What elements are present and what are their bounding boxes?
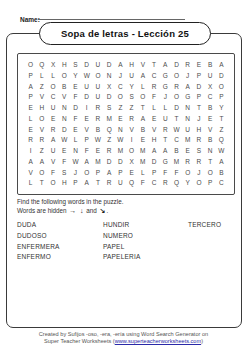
grid-cell: J: [70, 168, 81, 179]
grid-cell: R: [25, 135, 36, 146]
arrow-down-icon: ↓: [79, 207, 85, 214]
grid-cell: H: [148, 135, 159, 146]
grid-cell: U: [81, 82, 92, 93]
grid-cell: S: [193, 146, 204, 157]
grid-cell: D: [104, 60, 115, 71]
grid-cell: V: [148, 125, 159, 136]
grid-cell: U: [47, 146, 58, 157]
grid-cell: R: [36, 135, 47, 146]
grid-cell: A: [81, 157, 92, 168]
grid-cell: Y: [126, 82, 137, 93]
grid-cell: A: [137, 71, 148, 82]
grid-cell: W: [92, 135, 103, 146]
grid-cell: D: [81, 60, 92, 71]
grid-cell: D: [81, 92, 92, 103]
grid-cell: P: [193, 71, 204, 82]
grid-cell: V: [25, 168, 36, 179]
grid-cell: H: [59, 178, 70, 189]
instructions-period: .: [106, 207, 108, 214]
grid-cell: U: [115, 178, 126, 189]
grid-cell: V: [36, 92, 47, 103]
grid-cell: M: [182, 135, 193, 146]
grid-cell: Y: [70, 71, 81, 82]
grid-cell: O: [36, 114, 47, 125]
grid-cell: G: [160, 82, 171, 93]
word-list-item: PAPEL: [103, 242, 188, 253]
instructions: Find the following words in the puzzle. …: [17, 198, 123, 215]
grid-cell: F: [59, 157, 70, 168]
name-label: Name:: [20, 16, 40, 23]
grid-cell: O: [216, 82, 227, 93]
grid-cell: U: [92, 92, 103, 103]
grid-cell: R: [182, 157, 193, 168]
name-fill-line[interactable]: [38, 10, 185, 20]
grid-cell: P: [81, 135, 92, 146]
grid-cell: D: [59, 125, 70, 136]
worksheet-page: Name: Sopa de letras - Lección 25 OQXHSD…: [0, 0, 247, 350]
grid-cell: F: [148, 92, 159, 103]
name-row: Name:: [20, 8, 190, 20]
grid-cell: A: [160, 146, 171, 157]
grid-cell: E: [81, 114, 92, 125]
grid-cell: B: [137, 125, 148, 136]
grid-cell: N: [59, 114, 70, 125]
grid-cell: W: [59, 135, 70, 146]
grid-cell: F: [81, 146, 92, 157]
grid-cell: C: [205, 92, 216, 103]
grid-cell: P: [92, 168, 103, 179]
grid-cell: U: [182, 125, 193, 136]
grid-cell: R: [92, 103, 103, 114]
grid-cell: V: [36, 125, 47, 136]
instructions-and-label: and: [86, 207, 97, 214]
grid-cell: L: [70, 135, 81, 146]
grid-cell: Z: [36, 146, 47, 157]
grid-cell: H: [36, 103, 47, 114]
grid-cell: A: [148, 146, 159, 157]
word-list-item: DUDOSO: [17, 231, 103, 242]
grid-cell: Q: [104, 125, 115, 136]
grid-cell: R: [104, 178, 115, 189]
grid-cell: N: [70, 146, 81, 157]
grid-cell: N: [182, 103, 193, 114]
grid-cell: Y: [182, 178, 193, 189]
grid-cell: A: [25, 82, 36, 93]
grid-cell: A: [182, 82, 193, 93]
grid-cell: O: [25, 60, 36, 71]
word-list-item: PAPELERIA: [103, 252, 188, 263]
grid-cell: R: [182, 60, 193, 71]
grid-cell: C: [216, 178, 227, 189]
grid-cell: Y: [216, 103, 227, 114]
grid-cell: G: [182, 92, 193, 103]
grid-cell: L: [25, 114, 36, 125]
grid-cell: D: [70, 103, 81, 114]
grid-cell: T: [92, 178, 103, 189]
grid-cell: O: [171, 92, 182, 103]
grid-cell: U: [92, 60, 103, 71]
grid-cell: O: [47, 82, 58, 93]
grid-cell: L: [25, 178, 36, 189]
grid-cell: L: [47, 71, 58, 82]
grid-cell: R: [193, 157, 204, 168]
grid-cell: E: [115, 114, 126, 125]
grid-cell: X: [104, 82, 115, 93]
grid-cell: B: [59, 82, 70, 93]
grid-cell: E: [205, 114, 216, 125]
grid-cell: U: [126, 71, 137, 82]
grid-cell: T: [36, 178, 47, 189]
grid-cell: E: [148, 114, 159, 125]
grid-cell: P: [115, 168, 126, 179]
grid-cell: X: [126, 157, 137, 168]
word-list: DUDADUDOSOENFERMERAENFERMO HUNDIRNUMEROP…: [17, 220, 231, 263]
grid-cell: J: [193, 114, 204, 125]
grid-cell: F: [171, 168, 182, 179]
word-list-item: ENFERMO: [17, 252, 103, 263]
grid-cell: E: [47, 114, 58, 125]
grid-cell: B: [216, 168, 227, 179]
footer-credit-line: Created by Sufijos -oso, -era, -ería usi…: [0, 331, 247, 338]
grid-cell: Q: [36, 60, 47, 71]
footer-site-suffix: ): [201, 338, 203, 344]
grid-cell: A: [216, 60, 227, 71]
grid-cell: D: [171, 103, 182, 114]
grid-cell: G: [160, 157, 171, 168]
grid-cell: R: [104, 146, 115, 157]
grid-cell: R: [171, 82, 182, 93]
grid-cell: V: [81, 125, 92, 136]
grid-cell: S: [59, 168, 70, 179]
grid-cell: J: [115, 71, 126, 82]
grid-cell: N: [115, 125, 126, 136]
grid-cell: L: [160, 103, 171, 114]
grid-cell: A: [36, 157, 47, 168]
grid-cell: A: [115, 60, 126, 71]
title-banner: Sopa de letras - Lección 25: [39, 22, 211, 45]
grid-cell: V: [47, 157, 58, 168]
grid-cell: I: [81, 103, 92, 114]
grid-cell: V: [137, 60, 148, 71]
grid-cell: Z: [216, 125, 227, 136]
grid-cell: L: [137, 82, 148, 93]
grid-cell: V: [126, 125, 137, 136]
grid-cell: P: [25, 92, 36, 103]
grid-cell: O: [92, 71, 103, 82]
puzzle-grid-container: OQXHSDUDAHVTADREBAPLLOYWONJUACGOJPUDAZOB…: [17, 53, 235, 195]
footer: Created by Sufijos -oso, -era, -ería usi…: [0, 331, 247, 346]
grid-cell: R: [160, 125, 171, 136]
word-list-column-2: HUNDIRNUMEROPAPELPAPELERIA: [103, 220, 188, 263]
grid-cell: C: [171, 135, 182, 146]
grid-cell: X: [205, 82, 216, 93]
grid-cell: R: [160, 178, 171, 189]
grid-cell: D: [193, 82, 204, 93]
grid-cell: T: [148, 60, 159, 71]
grid-cell: N: [59, 103, 70, 114]
grid-cell: S: [70, 60, 81, 71]
grid-cell: A: [81, 178, 92, 189]
grid-cell: Z: [36, 82, 47, 93]
grid-cell: O: [59, 71, 70, 82]
grid-cell: T: [160, 135, 171, 146]
grid-cell: P: [70, 178, 81, 189]
grid-cell: W: [81, 71, 92, 82]
grid-cell: R: [47, 125, 58, 136]
grid-cell: E: [59, 146, 70, 157]
grid-cell: D: [171, 60, 182, 71]
grid-cell: E: [70, 125, 81, 136]
grid-cell: H: [126, 60, 137, 71]
grid-cell: M: [104, 114, 115, 125]
grid-cell: O: [36, 168, 47, 179]
grid-cell: D: [115, 157, 126, 168]
word-list-item: ENFERMERA: [17, 242, 103, 253]
grid-cell: E: [92, 146, 103, 157]
page-title: Sopa de letras - Lección 25: [61, 28, 189, 39]
grid-cell: W: [70, 157, 81, 168]
word-list-column-3: TERCERO: [188, 220, 231, 263]
grid-cell: Z: [104, 135, 115, 146]
grid-cell: V: [205, 125, 216, 136]
grid-cell: D: [104, 157, 115, 168]
grid-cell: C: [148, 71, 159, 82]
word-list-column-1: DUDADUDOSOENFERMERAENFERMO: [17, 220, 103, 263]
grid-cell: B: [205, 135, 216, 146]
grid-cell: L: [36, 71, 47, 82]
grid-cell: D: [104, 92, 115, 103]
grid-cell: U: [47, 103, 58, 114]
grid-cell: X: [47, 60, 58, 71]
grid-cell: Q: [126, 178, 137, 189]
grid-cell: Z: [115, 103, 126, 114]
grid-cell: E: [70, 82, 81, 93]
grid-cell: M: [92, 157, 103, 168]
grid-cell: T: [216, 114, 227, 125]
grid-cell: L: [148, 103, 159, 114]
grid-cell: B: [205, 103, 216, 114]
grid-cell: M: [137, 157, 148, 168]
grid-cell: Q: [171, 178, 182, 189]
grid-cell: E: [25, 103, 36, 114]
grid-cell: R: [148, 82, 159, 93]
word-list-item: NUMERO: [103, 231, 188, 242]
grid-cell: E: [137, 135, 148, 146]
grid-cell: E: [25, 125, 36, 136]
grid-cell: P: [193, 92, 204, 103]
grid-cell: T: [205, 157, 216, 168]
grid-cell: P: [205, 178, 216, 189]
grid-cell: O: [115, 92, 126, 103]
grid-cell: A: [137, 114, 148, 125]
grid-cell: O: [171, 71, 182, 82]
grid-cell: E: [126, 168, 137, 179]
instructions-line2-prefix: Words are hidden: [17, 207, 67, 214]
grid-cell: A: [104, 168, 115, 179]
grid-cell: U: [92, 82, 103, 93]
grid-cell: F: [137, 178, 148, 189]
grid-cell: S: [104, 103, 115, 114]
grid-cell: J: [182, 71, 193, 82]
grid-cell: B: [205, 60, 216, 71]
grid-cell: A: [216, 157, 227, 168]
grid-cell: W: [216, 146, 227, 157]
grid-cell: O: [182, 168, 193, 179]
grid-cell: A: [25, 157, 36, 168]
grid-cell: B: [92, 125, 103, 136]
grid-cell: Z: [126, 103, 137, 114]
grid-cell: T: [193, 103, 204, 114]
grid-cell: O: [137, 92, 148, 103]
grid-cell: D: [148, 157, 159, 168]
grid-cell: F: [47, 168, 58, 179]
grid-cell: F: [70, 114, 81, 125]
footer-site-line: Super Teacher Worksheets (www.superteach…: [0, 338, 247, 345]
instructions-line2: Words are hidden → ↓ and ↘.: [17, 207, 123, 216]
grid-cell: P: [148, 168, 159, 179]
grid-cell: T: [137, 103, 148, 114]
grid-cell: P: [25, 71, 36, 82]
grid-cell: A: [47, 135, 58, 146]
grid-cell: C: [148, 178, 159, 189]
word-search-grid: OQXHSDUDAHVTADREBAPLLOYWONJUACGOJPUDAZOB…: [18, 54, 234, 194]
grid-cell: Q: [216, 135, 227, 146]
grid-cell: H: [193, 125, 204, 136]
grid-cell: W: [171, 125, 182, 136]
grid-cell: E: [182, 146, 193, 157]
grid-cell: C: [47, 92, 58, 103]
grid-cell: M: [115, 146, 126, 157]
word-list-item: HUNDIR: [103, 220, 188, 231]
grid-cell: W: [115, 135, 126, 146]
grid-cell: P: [216, 92, 227, 103]
grid-cell: A: [160, 60, 171, 71]
grid-cell: J: [193, 168, 204, 179]
grid-cell: G: [160, 71, 171, 82]
instructions-line1: Find the following words in the puzzle.: [17, 198, 123, 207]
grid-cell: O: [81, 168, 92, 179]
grid-cell: O: [205, 168, 216, 179]
grid-cell: J: [160, 92, 171, 103]
website-link[interactable]: www.superteacherworksheets.com: [115, 338, 201, 344]
grid-cell: V: [59, 92, 70, 103]
grid-cell: O: [126, 146, 137, 157]
grid-cell: S: [126, 92, 137, 103]
grid-cell: F: [160, 168, 171, 179]
grid-cell: U: [160, 114, 171, 125]
grid-cell: N: [182, 114, 193, 125]
grid-cell: L: [137, 168, 148, 179]
word-list-item: TERCERO: [188, 220, 231, 231]
grid-cell: I: [126, 135, 137, 146]
grid-cell: E: [193, 60, 204, 71]
grid-cell: H: [59, 60, 70, 71]
grid-cell: R: [92, 114, 103, 125]
grid-cell: T: [171, 114, 182, 125]
grid-cell: F: [70, 92, 81, 103]
grid-cell: I: [25, 146, 36, 157]
word-list-item: DUDA: [17, 220, 103, 231]
grid-cell: C: [115, 82, 126, 93]
grid-cell: O: [193, 178, 204, 189]
grid-cell: R: [126, 114, 137, 125]
grid-cell: M: [137, 146, 148, 157]
grid-cell: N: [104, 71, 115, 82]
footer-site-prefix: Super Teacher Worksheets (: [44, 338, 115, 344]
grid-cell: R: [193, 135, 204, 146]
grid-cell: O: [47, 178, 58, 189]
grid-cell: U: [205, 71, 216, 82]
grid-cell: D: [216, 71, 227, 82]
grid-cell: M: [171, 157, 182, 168]
grid-cell: B: [171, 146, 182, 157]
grid-cell: N: [205, 146, 216, 157]
arrow-right-icon: →: [68, 207, 77, 214]
